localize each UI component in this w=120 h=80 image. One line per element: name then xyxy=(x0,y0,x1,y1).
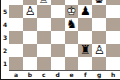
square-b2[interactable] xyxy=(23,44,37,57)
square-e4[interactable]: ♞ xyxy=(65,18,79,31)
square-h5[interactable] xyxy=(106,5,120,18)
square-a1[interactable] xyxy=(9,57,23,70)
chess-diagram: ♜♖♚♟♙♚♔♟♞♜♟♙ 54321 abcdefgh xyxy=(0,0,120,80)
square-c3[interactable] xyxy=(37,31,51,44)
square-b4[interactable] xyxy=(23,18,37,31)
square-e1[interactable] xyxy=(65,57,79,70)
square-b3[interactable] xyxy=(23,31,37,44)
file-label-g: g xyxy=(92,70,106,78)
rank-labels: 54321 xyxy=(1,0,9,70)
square-h4[interactable] xyxy=(106,18,120,31)
rank-label-3: 3 xyxy=(1,31,9,44)
square-a2[interactable] xyxy=(9,44,23,57)
square-c2[interactable] xyxy=(37,44,51,57)
file-label-h: h xyxy=(106,70,120,78)
square-c1[interactable] xyxy=(37,57,51,70)
square-g4[interactable] xyxy=(92,18,106,31)
rank-label-5: 5 xyxy=(1,5,9,18)
square-f2[interactable]: ♜ xyxy=(78,44,92,57)
square-e2[interactable] xyxy=(65,44,79,57)
square-g1[interactable] xyxy=(92,57,106,70)
square-h3[interactable] xyxy=(106,31,120,44)
square-e3[interactable] xyxy=(65,31,79,44)
white-pawn[interactable]: ♟♙ xyxy=(92,44,106,57)
square-d1[interactable] xyxy=(51,57,65,70)
square-d4[interactable] xyxy=(51,18,65,31)
black-pawn[interactable]: ♟ xyxy=(78,5,92,18)
file-label-c: c xyxy=(37,70,51,78)
file-label-a: a xyxy=(9,70,23,78)
square-b1[interactable] xyxy=(23,57,37,70)
square-f5[interactable]: ♟ xyxy=(78,5,92,18)
black-knight[interactable]: ♞ xyxy=(65,18,79,31)
square-d2[interactable] xyxy=(51,44,65,57)
rank-label-4: 4 xyxy=(1,18,9,31)
file-label-e: e xyxy=(65,70,79,78)
square-d5[interactable] xyxy=(51,5,65,18)
white-pawn[interactable]: ♟♙ xyxy=(23,5,37,18)
square-d3[interactable] xyxy=(51,31,65,44)
square-f4[interactable] xyxy=(78,18,92,31)
file-label-d: d xyxy=(51,70,65,78)
rank-label-1: 1 xyxy=(1,57,9,70)
square-c4[interactable] xyxy=(37,18,51,31)
square-g5[interactable] xyxy=(92,5,106,18)
file-label-b: b xyxy=(23,70,37,78)
black-pawn-glyph: ♟ xyxy=(78,5,92,18)
file-label-f: f xyxy=(78,70,92,78)
black-knight-glyph: ♞ xyxy=(65,18,79,31)
square-h2[interactable] xyxy=(106,44,120,57)
square-a4[interactable] xyxy=(9,18,23,31)
square-g2[interactable]: ♟♙ xyxy=(92,44,106,57)
black-rook-glyph: ♜ xyxy=(78,44,92,57)
rank-label-2: 2 xyxy=(1,44,9,57)
white-pawn-outline-glyph: ♙ xyxy=(23,5,37,18)
white-pawn-outline-glyph: ♙ xyxy=(92,44,106,57)
black-rook[interactable]: ♜ xyxy=(78,44,92,57)
file-labels: abcdefgh xyxy=(9,70,120,78)
square-a3[interactable] xyxy=(9,31,23,44)
square-a5[interactable] xyxy=(9,5,23,18)
square-c5[interactable] xyxy=(37,5,51,18)
square-f1[interactable] xyxy=(78,57,92,70)
chess-board: ♜♖♚♟♙♚♔♟♞♜♟♙ xyxy=(9,0,120,71)
square-h1[interactable] xyxy=(106,57,120,70)
square-b5[interactable]: ♟♙ xyxy=(23,5,37,18)
